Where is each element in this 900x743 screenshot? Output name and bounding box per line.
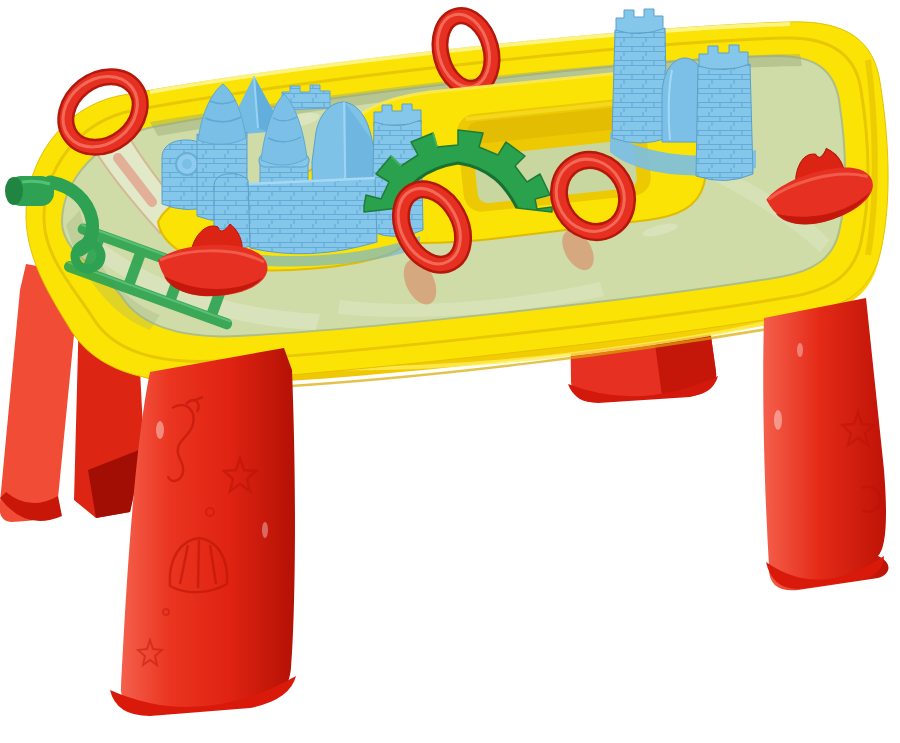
table-leg-front-right: [763, 298, 888, 590]
sand-water-play-table: [0, 0, 900, 743]
product-photo: [0, 0, 900, 743]
